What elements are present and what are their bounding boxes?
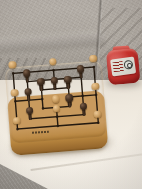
peg-head bbox=[25, 106, 33, 114]
peg-light-g1[interactable] bbox=[93, 110, 103, 124]
peg-light-a1[interactable] bbox=[12, 117, 22, 131]
tape-measure-logo-icon bbox=[123, 60, 133, 70]
peg-dark-b4[interactable] bbox=[23, 88, 33, 102]
peg-head bbox=[50, 76, 58, 84]
peg-light-g4[interactable] bbox=[91, 83, 101, 97]
peg-head bbox=[13, 117, 21, 125]
peg-head bbox=[64, 75, 72, 83]
peg-head bbox=[24, 88, 32, 96]
peg-head bbox=[52, 104, 60, 112]
tape-measure-label bbox=[110, 56, 136, 76]
peg-head bbox=[22, 69, 30, 77]
photo-scene bbox=[0, 0, 142, 189]
peg-dark-e5[interactable] bbox=[63, 75, 73, 89]
peg-head bbox=[8, 61, 16, 69]
peg-light-d2[interactable] bbox=[52, 104, 62, 118]
peg-dark-f6[interactable] bbox=[76, 65, 86, 79]
peg-dark-b6[interactable] bbox=[22, 69, 32, 83]
peg-head bbox=[65, 94, 73, 102]
peg-dark-d5[interactable] bbox=[50, 76, 60, 90]
peg-head bbox=[89, 55, 97, 63]
peg-light-a7[interactable] bbox=[8, 61, 18, 75]
peg-head bbox=[79, 102, 87, 110]
tape-measure-label-text bbox=[112, 61, 123, 72]
peg-head bbox=[52, 95, 60, 103]
peg-dark-f2[interactable] bbox=[79, 102, 89, 116]
peg-head bbox=[11, 89, 19, 97]
peg-dark-c5[interactable] bbox=[36, 77, 46, 91]
peg-light-a4[interactable] bbox=[10, 89, 20, 103]
morris-board bbox=[5, 60, 109, 155]
peg-dark-b2[interactable] bbox=[25, 106, 35, 120]
peg-head bbox=[91, 83, 99, 91]
peg-head bbox=[37, 78, 45, 86]
peg-light-g7[interactable] bbox=[88, 55, 98, 69]
board-top-face bbox=[5, 60, 108, 143]
peg-light-d7[interactable] bbox=[48, 58, 58, 72]
peg-head bbox=[93, 110, 101, 118]
peg-head bbox=[49, 58, 57, 66]
peg-head bbox=[76, 65, 84, 73]
peg-dark-e3[interactable] bbox=[64, 94, 74, 108]
tape-measure[interactable] bbox=[105, 45, 140, 86]
